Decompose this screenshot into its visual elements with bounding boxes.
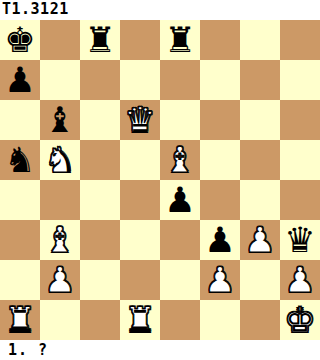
square-c2[interactable] [80,260,120,300]
square-g7[interactable] [240,60,280,100]
square-h5[interactable] [280,140,320,180]
square-e4[interactable]: ♟ [160,180,200,220]
square-a2[interactable] [0,260,40,300]
square-a8[interactable]: ♚ [0,20,40,60]
square-b2[interactable]: ♟ [40,260,80,300]
square-b8[interactable] [40,20,80,60]
piece-white-rook: ♜ [124,300,155,340]
square-b5[interactable]: ♞ [40,140,80,180]
piece-white-king: ♚ [284,300,315,340]
square-h8[interactable] [280,20,320,60]
square-g5[interactable] [240,140,280,180]
square-d8[interactable] [120,20,160,60]
piece-white-knight: ♞ [44,140,75,180]
square-f3[interactable]: ♟ [200,220,240,260]
square-b7[interactable] [40,60,80,100]
square-h6[interactable] [280,100,320,140]
square-e7[interactable] [160,60,200,100]
piece-black-pawn: ♟ [204,220,235,260]
square-c5[interactable] [80,140,120,180]
square-d6[interactable]: ♛ [120,100,160,140]
chess-board: ♚♜♜♟♝♛♞♞♝♟♝♟♟♛♟♟♟♜♜♚ [0,20,320,340]
square-a7[interactable]: ♟ [0,60,40,100]
square-d2[interactable] [120,260,160,300]
square-g8[interactable] [240,20,280,60]
square-e2[interactable] [160,260,200,300]
square-e5[interactable]: ♝ [160,140,200,180]
footer-bar: 1. ? [0,340,320,360]
square-f2[interactable]: ♟ [200,260,240,300]
square-f5[interactable] [200,140,240,180]
piece-white-rook: ♜ [4,300,35,340]
square-d1[interactable]: ♜ [120,300,160,340]
piece-white-pawn: ♟ [244,220,275,260]
square-h4[interactable] [280,180,320,220]
square-f8[interactable] [200,20,240,60]
square-e8[interactable]: ♜ [160,20,200,60]
square-a3[interactable] [0,220,40,260]
square-f7[interactable] [200,60,240,100]
square-b1[interactable] [40,300,80,340]
square-g4[interactable] [240,180,280,220]
square-h7[interactable] [280,60,320,100]
square-g6[interactable] [240,100,280,140]
square-c1[interactable] [80,300,120,340]
square-f4[interactable] [200,180,240,220]
piece-white-pawn: ♟ [44,260,75,300]
piece-black-king: ♚ [4,20,35,60]
piece-black-knight: ♞ [4,140,35,180]
square-h2[interactable]: ♟ [280,260,320,300]
square-f1[interactable] [200,300,240,340]
puzzle-id: T1.3121 [2,0,69,19]
square-b4[interactable] [40,180,80,220]
piece-black-queen: ♛ [284,220,315,260]
square-e1[interactable] [160,300,200,340]
chess-trainer-window: T1.3121 ♚♜♜♟♝♛♞♞♝♟♝♟♟♛♟♟♟♜♜♚ 1. ? [0,0,320,360]
square-c3[interactable] [80,220,120,260]
piece-black-pawn: ♟ [4,60,35,100]
square-f6[interactable] [200,100,240,140]
square-d3[interactable] [120,220,160,260]
piece-black-bishop: ♝ [44,100,75,140]
square-e6[interactable] [160,100,200,140]
piece-black-rook: ♜ [84,20,115,60]
piece-white-bishop: ♝ [164,140,195,180]
square-a5[interactable]: ♞ [0,140,40,180]
piece-white-pawn: ♟ [204,260,235,300]
piece-white-pawn: ♟ [284,260,315,300]
square-h3[interactable]: ♛ [280,220,320,260]
piece-white-bishop: ♝ [44,220,75,260]
square-e3[interactable] [160,220,200,260]
header-bar: T1.3121 [0,0,320,20]
square-g2[interactable] [240,260,280,300]
square-d4[interactable] [120,180,160,220]
square-d5[interactable] [120,140,160,180]
square-a1[interactable]: ♜ [0,300,40,340]
square-a4[interactable] [0,180,40,220]
move-prompt: 1. ? [8,341,48,359]
square-g3[interactable]: ♟ [240,220,280,260]
square-c4[interactable] [80,180,120,220]
piece-white-queen: ♛ [124,100,155,140]
square-c8[interactable]: ♜ [80,20,120,60]
square-d7[interactable] [120,60,160,100]
square-a6[interactable] [0,100,40,140]
square-g1[interactable] [240,300,280,340]
square-h1[interactable]: ♚ [280,300,320,340]
square-c6[interactable] [80,100,120,140]
square-b3[interactable]: ♝ [40,220,80,260]
square-c7[interactable] [80,60,120,100]
square-b6[interactable]: ♝ [40,100,80,140]
piece-black-pawn: ♟ [164,180,195,220]
piece-black-rook: ♜ [164,20,195,60]
